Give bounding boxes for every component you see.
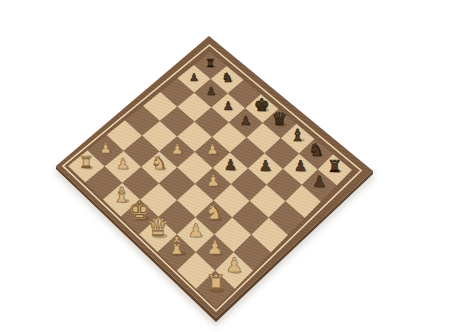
white-bishop-c1[interactable]: ♝	[166, 232, 187, 260]
black-rook-h8[interactable]: ♜	[205, 57, 215, 70]
white-pawn-b2[interactable]: ♟	[206, 236, 223, 259]
black-queen-d8[interactable]: ♛	[272, 108, 288, 129]
black-rook-a8[interactable]: ♜	[328, 157, 343, 176]
white-pawn-c2[interactable]: ♟	[187, 220, 203, 241]
chess-board: ♜♟♞♟♟♚♟♛♝♟♟♟♞♜♟♞♟♟♟♜♟♟♝♚♞♛♟♝♟♟♜	[0, 0, 450, 332]
black-pawn-f7[interactable]: ♟	[223, 99, 234, 113]
black-pawn-a7[interactable]: ♟	[312, 172, 326, 191]
white-pawn-d4[interactable]: ♟	[206, 171, 220, 190]
chess-set-photo: ♜♟♞♟♟♚♟♛♝♟♟♟♞♜♟♞♟♟♟♜♟♟♝♚♞♛♟♝♟♟♜	[0, 0, 450, 332]
black-pawn-g7[interactable]: ♟	[206, 85, 216, 98]
black-bishop-c8[interactable]: ♝	[290, 125, 305, 145]
black-pawn-c6[interactable]: ♟	[259, 157, 272, 175]
white-pawn-h2[interactable]: ♟	[99, 140, 112, 156]
white-rook-a1[interactable]: ♜	[205, 270, 226, 296]
black-pawn-h7[interactable]: ♟	[189, 71, 198, 83]
white-knight-f3[interactable]: ♞	[151, 152, 167, 173]
white-pawn-a2[interactable]: ♟	[225, 253, 243, 277]
black-pawn-e7[interactable]: ♟	[240, 113, 251, 128]
black-pawn-d5[interactable]: ♟	[224, 156, 237, 174]
black-knight-b8[interactable]: ♞	[308, 140, 324, 160]
white-knight-c3[interactable]: ♞	[204, 199, 223, 224]
white-rook-h1[interactable]: ♜	[79, 153, 94, 172]
white-pawn-g2[interactable]: ♟	[116, 155, 129, 173]
black-king-e8[interactable]: ♚	[254, 95, 270, 115]
white-pawn-f4[interactable]: ♟	[171, 141, 184, 157]
black-knight-g8[interactable]: ♞	[221, 70, 233, 85]
black-pawn-b7[interactable]: ♟	[294, 157, 307, 175]
white-pawn-e5[interactable]: ♟	[206, 141, 219, 157]
